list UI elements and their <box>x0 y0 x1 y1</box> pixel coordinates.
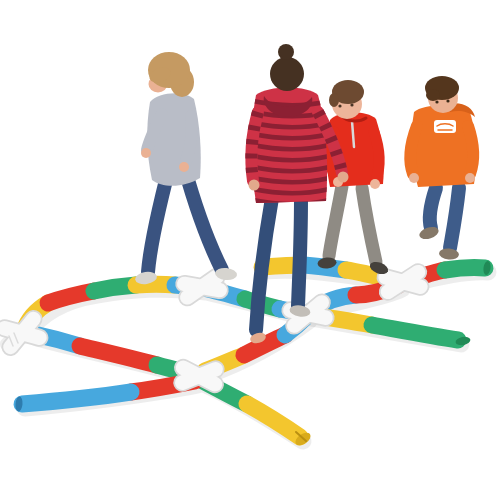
striped-left-hand <box>249 180 260 191</box>
girl-right-arm <box>185 116 192 164</box>
girl-legs <box>148 180 222 272</box>
beam-segment <box>80 346 157 365</box>
boy-left-hand <box>409 173 419 183</box>
balance-beam-scene <box>0 0 500 500</box>
connector-body <box>184 277 219 298</box>
toddler-hair-side <box>329 93 339 107</box>
connector-body <box>182 368 215 384</box>
boy-hair-fringe <box>426 89 440 101</box>
child-boy-orange <box>409 76 476 260</box>
toddler-eye-left <box>338 104 341 107</box>
girl-right-leg <box>188 180 222 270</box>
cross-connector-top-right <box>386 272 421 292</box>
striped-right-leg <box>298 198 301 306</box>
girl-left-leg <box>148 180 166 272</box>
toddler-legs <box>329 186 376 262</box>
boy-right-hand <box>465 173 475 183</box>
boy-eye-left <box>435 100 438 103</box>
beam-segment <box>445 268 485 270</box>
girl-left-hand <box>141 148 151 158</box>
toddler-left-hand <box>370 179 380 189</box>
striped-head-back <box>270 57 304 91</box>
product-photo <box>0 0 500 500</box>
beam-segment <box>22 392 131 404</box>
striped-torso <box>246 82 336 207</box>
child-girl <box>134 52 237 285</box>
connector-body <box>386 272 421 292</box>
boy-legs <box>430 188 459 248</box>
toddler-right-leg <box>362 188 376 262</box>
cross-connector-left-end <box>5 319 40 347</box>
striped-hair-bun <box>278 44 294 60</box>
boy-right-leg <box>450 188 459 248</box>
boy-left-leg <box>430 188 436 228</box>
connector-body <box>5 319 40 347</box>
boy-eye-right <box>446 99 449 102</box>
toddler-eye-right <box>350 103 353 106</box>
child-toddler-red <box>317 80 390 276</box>
toddler-left-leg <box>329 186 342 256</box>
boy-left-arm <box>410 126 417 174</box>
boy-right-arm <box>468 126 473 174</box>
toddler-left-arm <box>374 132 379 180</box>
cross-connector-girl-path <box>184 277 219 298</box>
striped-right-hand <box>338 172 349 183</box>
cross-connector-centre <box>182 368 215 384</box>
girl-right-hand <box>179 162 189 172</box>
